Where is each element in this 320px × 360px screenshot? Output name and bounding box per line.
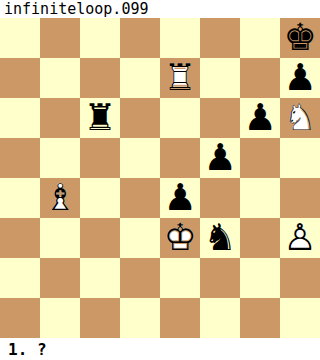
square-g2[interactable]	[240, 258, 280, 298]
square-d7[interactable]	[120, 58, 160, 98]
square-c8[interactable]	[80, 18, 120, 58]
black-pawn: ♟	[283, 58, 316, 98]
square-c4[interactable]	[80, 178, 120, 218]
square-b6[interactable]	[40, 98, 80, 138]
black-pawn: ♟	[203, 138, 236, 178]
square-h2[interactable]	[280, 258, 320, 298]
square-d5[interactable]	[120, 138, 160, 178]
square-f4[interactable]	[200, 178, 240, 218]
black-pawn: ♟	[163, 178, 196, 218]
square-b2[interactable]	[40, 258, 80, 298]
square-h4[interactable]	[280, 178, 320, 218]
square-g3[interactable]	[240, 218, 280, 258]
square-e6[interactable]	[160, 98, 200, 138]
square-a7[interactable]	[0, 58, 40, 98]
move-prompt: 1. ?	[0, 340, 47, 359]
square-g8[interactable]	[240, 18, 280, 58]
square-h8[interactable]: ♚	[280, 18, 320, 58]
square-c7[interactable]	[80, 58, 120, 98]
square-e5[interactable]	[160, 138, 200, 178]
black-king: ♚	[283, 18, 316, 58]
square-h5[interactable]	[280, 138, 320, 178]
square-a8[interactable]	[0, 18, 40, 58]
black-rook: ♜	[83, 98, 116, 138]
chess-puzzle-page: infiniteloop.099 ♚♜♖♟♜♟♞♘♟♝♗♟♚♔♞♟♙ 1. ?	[0, 0, 320, 360]
square-c5[interactable]	[80, 138, 120, 178]
square-b4[interactable]: ♝♗	[40, 178, 80, 218]
square-h1[interactable]	[280, 298, 320, 338]
square-d8[interactable]	[120, 18, 160, 58]
square-g6[interactable]: ♟	[240, 98, 280, 138]
square-f8[interactable]	[200, 18, 240, 58]
square-h6[interactable]: ♞♘	[280, 98, 320, 138]
square-a5[interactable]	[0, 138, 40, 178]
square-f2[interactable]	[200, 258, 240, 298]
square-e7[interactable]: ♜♖	[160, 58, 200, 98]
white-knight: ♘	[283, 98, 316, 138]
square-e1[interactable]	[160, 298, 200, 338]
square-a6[interactable]	[0, 98, 40, 138]
square-c1[interactable]	[80, 298, 120, 338]
square-e2[interactable]	[160, 258, 200, 298]
white-king: ♔	[163, 218, 196, 258]
square-f1[interactable]	[200, 298, 240, 338]
square-a2[interactable]	[0, 258, 40, 298]
black-pawn: ♟	[243, 98, 276, 138]
square-e4[interactable]: ♟	[160, 178, 200, 218]
square-d1[interactable]	[120, 298, 160, 338]
square-d3[interactable]	[120, 218, 160, 258]
square-a1[interactable]	[0, 298, 40, 338]
square-d2[interactable]	[120, 258, 160, 298]
footer: 1. ?	[0, 338, 320, 360]
square-b1[interactable]	[40, 298, 80, 338]
square-f6[interactable]	[200, 98, 240, 138]
white-bishop: ♗	[43, 178, 76, 218]
black-knight: ♞	[203, 218, 236, 258]
square-g5[interactable]	[240, 138, 280, 178]
square-c3[interactable]	[80, 218, 120, 258]
square-b8[interactable]	[40, 18, 80, 58]
square-e8[interactable]	[160, 18, 200, 58]
square-d4[interactable]	[120, 178, 160, 218]
square-d6[interactable]	[120, 98, 160, 138]
square-f7[interactable]	[200, 58, 240, 98]
square-b5[interactable]	[40, 138, 80, 178]
square-h3[interactable]: ♟♙	[280, 218, 320, 258]
white-pawn: ♙	[283, 218, 316, 258]
square-a3[interactable]	[0, 218, 40, 258]
square-h7[interactable]: ♟	[280, 58, 320, 98]
square-e3[interactable]: ♚♔	[160, 218, 200, 258]
square-g1[interactable]	[240, 298, 280, 338]
square-b3[interactable]	[40, 218, 80, 258]
square-b7[interactable]	[40, 58, 80, 98]
square-c2[interactable]	[80, 258, 120, 298]
white-rook: ♖	[163, 58, 196, 98]
square-g7[interactable]	[240, 58, 280, 98]
square-a4[interactable]	[0, 178, 40, 218]
title-bar: infiniteloop.099	[0, 0, 320, 18]
square-c6[interactable]: ♜	[80, 98, 120, 138]
chess-board: ♚♜♖♟♜♟♞♘♟♝♗♟♚♔♞♟♙	[0, 18, 320, 338]
puzzle-title: infiniteloop.099	[0, 0, 149, 18]
square-g4[interactable]	[240, 178, 280, 218]
square-f3[interactable]: ♞	[200, 218, 240, 258]
square-f5[interactable]: ♟	[200, 138, 240, 178]
